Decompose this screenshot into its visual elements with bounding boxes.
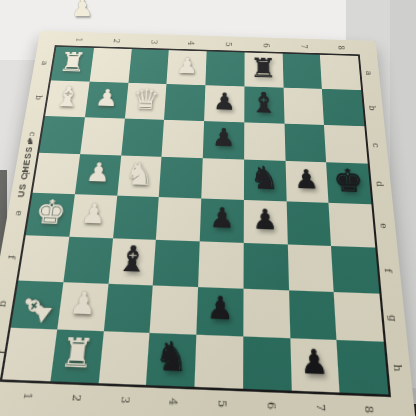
piece-bN-h4[interactable]: ♞ [147, 335, 196, 378]
square-d3[interactable]: ♞ [117, 156, 162, 197]
piece-wP-e2[interactable]: ♟ [70, 199, 116, 228]
square-a7[interactable] [282, 54, 322, 89]
square-b1[interactable]: ♝ [45, 80, 89, 117]
square-c6[interactable] [244, 122, 285, 161]
square-c7[interactable] [284, 123, 326, 162]
square-d1[interactable] [33, 153, 80, 194]
square-f4[interactable] [153, 240, 200, 287]
square-h3[interactable] [98, 332, 150, 385]
square-g1[interactable]: ♝ [11, 280, 64, 330]
square-a1[interactable]: ♜ [51, 47, 94, 82]
square-d5[interactable] [201, 158, 244, 200]
piece-bP-b5[interactable]: ♟ [204, 89, 244, 113]
square-h1[interactable] [2, 328, 57, 381]
piece-bP-e6[interactable]: ♟ [244, 205, 288, 234]
piece-bP-d7[interactable]: ♟ [285, 166, 328, 193]
square-f5[interactable] [198, 241, 243, 288]
piece-wP-b2[interactable]: ♟ [86, 86, 128, 110]
square-e3[interactable] [113, 196, 159, 240]
square-c5[interactable]: ♟ [203, 121, 244, 160]
piece-bK-d8[interactable]: ♚ [326, 164, 370, 197]
piece-bN-d6[interactable]: ♞ [244, 161, 286, 194]
square-g8[interactable] [334, 291, 384, 342]
square-f2[interactable] [63, 237, 112, 284]
offboard-captured-piece[interactable]: ♟ [71, 0, 93, 22]
photo-frame: 12345678 12345678 abcdefgh abcdefgh ♞ US… [0, 0, 416, 416]
piece-bP-e5[interactable]: ♟ [200, 204, 244, 233]
square-g6[interactable] [243, 288, 290, 338]
square-h5[interactable] [194, 335, 243, 389]
square-b5[interactable]: ♟ [204, 85, 244, 122]
square-e6[interactable]: ♟ [243, 200, 287, 244]
square-f7[interactable] [287, 244, 334, 291]
square-g2[interactable]: ♟ [57, 282, 108, 332]
piece-wQ-b3[interactable]: ♛ [125, 84, 166, 113]
us-chess-logo-text: US CHESS [16, 146, 35, 198]
square-h6[interactable] [243, 337, 291, 391]
piece-bP-g5[interactable]: ♟ [197, 292, 243, 325]
square-f8[interactable] [331, 246, 379, 293]
square-d2[interactable]: ♟ [75, 154, 121, 195]
square-a8[interactable] [320, 55, 361, 90]
square-a3[interactable] [128, 49, 169, 84]
us-chess-logo-knight-icon: ♞ [25, 137, 35, 146]
piece-wN-d3[interactable]: ♞ [117, 157, 161, 190]
square-e5[interactable]: ♟ [200, 198, 244, 242]
square-f3[interactable]: ♝ [108, 238, 156, 285]
square-g4[interactable] [150, 285, 198, 335]
square-c3[interactable] [121, 118, 165, 157]
square-h4[interactable]: ♞ [146, 333, 196, 387]
piece-wR-a1[interactable]: ♜ [52, 48, 94, 76]
square-e2[interactable]: ♟ [69, 194, 117, 238]
square-b2[interactable]: ♟ [85, 81, 128, 118]
piece-bP-h7[interactable]: ♟ [290, 345, 339, 380]
square-b7[interactable] [283, 87, 324, 124]
square-e8[interactable] [329, 203, 376, 247]
piece-wK-e1[interactable]: ♚ [27, 194, 74, 229]
square-d4[interactable] [159, 157, 203, 198]
square-c1[interactable] [39, 116, 85, 155]
square-h7[interactable]: ♟ [290, 339, 340, 393]
piece-wP-g2[interactable]: ♟ [58, 287, 107, 320]
square-h2[interactable]: ♜ [50, 330, 103, 383]
piece-bR-a6[interactable]: ♜ [244, 54, 283, 82]
square-b3[interactable]: ♛ [124, 83, 166, 120]
square-d6[interactable]: ♞ [244, 160, 286, 202]
square-g3[interactable] [103, 283, 153, 333]
square-e4[interactable] [156, 197, 201, 241]
square-e1[interactable]: ♚ [26, 193, 75, 237]
square-g7[interactable] [289, 290, 337, 340]
square-d7[interactable]: ♟ [285, 161, 329, 203]
square-c4[interactable] [162, 119, 204, 158]
square-a5[interactable] [205, 51, 244, 86]
piece-wP-d2[interactable]: ♟ [76, 159, 120, 186]
square-b4[interactable] [164, 84, 205, 121]
piece-wP-a4[interactable]: ♟ [167, 54, 206, 77]
square-e7[interactable] [286, 201, 331, 245]
square-h8[interactable] [337, 340, 389, 394]
playing-area: ♜♟♜♝♟♛♟♝♟♟♞♞♟♚♚♟♟♟♝♝♟♟♜♞♟ [2, 47, 388, 395]
square-b6[interactable]: ♝ [244, 86, 284, 123]
square-b8[interactable] [322, 89, 364, 126]
square-a4[interactable]: ♟ [167, 50, 207, 85]
square-c2[interactable] [80, 117, 125, 156]
chess-board: 12345678 12345678 abcdefgh abcdefgh ♞ US… [0, 31, 416, 416]
piece-bP-c5[interactable]: ♟ [203, 125, 244, 151]
square-g5[interactable]: ♟ [196, 287, 243, 337]
piece-wB-b1[interactable]: ♝ [46, 82, 89, 111]
square-d8[interactable]: ♚ [326, 163, 371, 205]
square-f1[interactable] [18, 235, 69, 282]
piece-bB-b6[interactable]: ♝ [244, 88, 284, 117]
piece-wR-h2[interactable]: ♜ [51, 332, 103, 374]
square-c8[interactable] [324, 125, 368, 164]
square-f6[interactable] [243, 243, 288, 290]
square-a6[interactable]: ♜ [244, 52, 283, 87]
square-a2[interactable] [89, 48, 131, 83]
piece-bB-f3[interactable]: ♝ [109, 240, 156, 277]
